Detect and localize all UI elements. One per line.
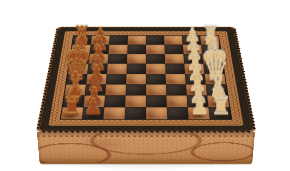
square-g4 (146, 45, 165, 54)
square-a4 (146, 107, 167, 119)
piece-red-pawn: ♟ (83, 96, 103, 118)
piece-white-pawn: ♟ (189, 96, 209, 118)
board-top-face: ♜♟♟♜♞♟♟♞♝♟♟♝♚♟♟♚♛♟♟♛♝♟♟♝♞♟♟♞♜♟♟♜ (36, 27, 256, 133)
piece-red-rook: ♜ (61, 95, 83, 119)
square-c5 (126, 85, 146, 96)
square-g3 (164, 45, 183, 54)
square-b3 (166, 96, 187, 108)
square-b5 (125, 96, 146, 108)
square-h3 (164, 36, 183, 45)
chess-board-box: ♜♟♟♜♞♟♟♞♝♟♟♝♚♟♟♚♛♟♟♛♝♟♟♝♞♟♟♞♜♟♟♜ (36, 27, 256, 133)
square-f3 (165, 54, 185, 64)
product-photo-stage: Overhead-angle product photo of a wooden… (0, 0, 290, 171)
square-d5 (126, 74, 146, 85)
square-a2: ♟ (188, 107, 210, 119)
square-c3 (166, 85, 187, 96)
square-e3 (165, 64, 185, 74)
square-b6 (104, 96, 125, 108)
square-b4 (146, 96, 167, 108)
square-g6 (108, 45, 127, 54)
square-d4 (146, 74, 166, 85)
square-a5 (125, 107, 146, 119)
square-d3 (166, 74, 186, 85)
chess-board: ♜♟♟♜♞♟♟♞♝♟♟♝♚♟♟♚♛♟♟♛♝♟♟♝♞♟♟♞♜♟♟♜ (60, 35, 233, 119)
square-d6 (106, 74, 126, 85)
square-h4 (146, 36, 164, 45)
square-f6 (108, 54, 128, 64)
square-a6 (103, 107, 125, 119)
square-h6 (109, 36, 128, 45)
square-a8: ♜ (61, 107, 84, 119)
tooled-leather-band: ♜♟♟♜♞♟♟♞♝♟♟♝♚♟♟♚♛♟♟♛♝♟♟♝♞♟♟♞♜♟♟♜ (48, 31, 243, 126)
board-front-face (37, 132, 255, 164)
square-c6 (105, 85, 126, 96)
square-g5 (127, 45, 146, 54)
square-a7: ♟ (82, 107, 104, 119)
square-e6 (107, 64, 127, 74)
square-a1: ♜ (209, 107, 232, 119)
square-f4 (146, 54, 165, 64)
sawtooth-trim: ♜♟♟♜♞♟♟♞♝♟♟♝♚♟♟♚♛♟♟♛♝♟♟♝♞♟♟♞♜♟♟♜ (39, 28, 253, 131)
square-e5 (126, 64, 146, 74)
square-h5 (128, 36, 146, 45)
square-c4 (146, 85, 166, 96)
square-a3 (167, 107, 189, 119)
square-f5 (127, 54, 146, 64)
square-e4 (146, 64, 166, 74)
piece-white-rook: ♜ (210, 95, 232, 119)
